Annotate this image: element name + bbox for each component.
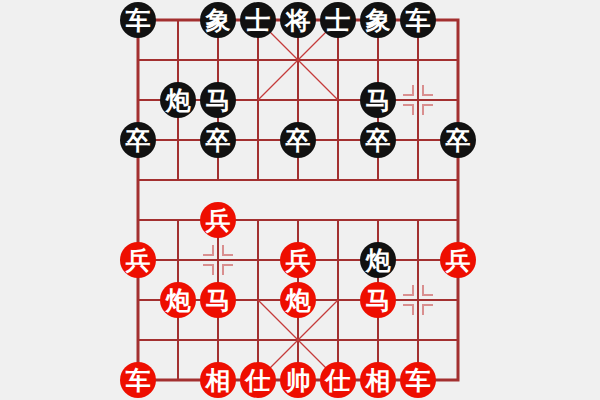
piece-black-cannon[interactable]: 炮 — [360, 242, 396, 278]
piece-black-soldier[interactable]: 卒 — [120, 122, 156, 158]
piece-red-soldier[interactable]: 兵 — [120, 242, 156, 278]
piece-black-elephant[interactable]: 象 — [200, 2, 236, 38]
piece-red-general[interactable]: 帅 — [280, 362, 316, 398]
piece-red-advisor[interactable]: 仕 — [240, 362, 276, 398]
piece-red-soldier[interactable]: 兵 — [200, 202, 236, 238]
piece-black-soldier[interactable]: 卒 — [440, 122, 476, 158]
piece-black-advisor[interactable]: 士 — [320, 2, 356, 38]
piece-red-horse[interactable]: 马 — [360, 282, 396, 318]
xiangqi-board: 车象士将士象车炮马马卒卒卒卒卒炮兵兵兵兵炮马炮马车相仕帅仕相车 — [0, 0, 600, 400]
piece-black-elephant[interactable]: 象 — [360, 2, 396, 38]
piece-black-chariot[interactable]: 车 — [120, 2, 156, 38]
piece-red-chariot[interactable]: 车 — [400, 362, 436, 398]
piece-red-elephant[interactable]: 相 — [200, 362, 236, 398]
piece-black-soldier[interactable]: 卒 — [360, 122, 396, 158]
piece-red-cannon[interactable]: 炮 — [160, 282, 196, 318]
piece-red-advisor[interactable]: 仕 — [320, 362, 356, 398]
piece-red-soldier[interactable]: 兵 — [440, 242, 476, 278]
piece-black-soldier[interactable]: 卒 — [280, 122, 316, 158]
piece-grid: 车象士将士象车炮马马卒卒卒卒卒炮兵兵兵兵炮马炮马车相仕帅仕相车 — [118, 0, 478, 400]
piece-black-soldier[interactable]: 卒 — [200, 122, 236, 158]
piece-black-cannon[interactable]: 炮 — [160, 82, 196, 118]
piece-red-elephant[interactable]: 相 — [360, 362, 396, 398]
piece-red-horse[interactable]: 马 — [200, 282, 236, 318]
piece-black-advisor[interactable]: 士 — [240, 2, 276, 38]
piece-black-horse[interactable]: 马 — [200, 82, 236, 118]
piece-black-general[interactable]: 将 — [280, 2, 316, 38]
piece-red-chariot[interactable]: 车 — [120, 362, 156, 398]
piece-red-soldier[interactable]: 兵 — [280, 242, 316, 278]
piece-red-cannon[interactable]: 炮 — [280, 282, 316, 318]
piece-black-chariot[interactable]: 车 — [400, 2, 436, 38]
piece-black-horse[interactable]: 马 — [360, 82, 396, 118]
